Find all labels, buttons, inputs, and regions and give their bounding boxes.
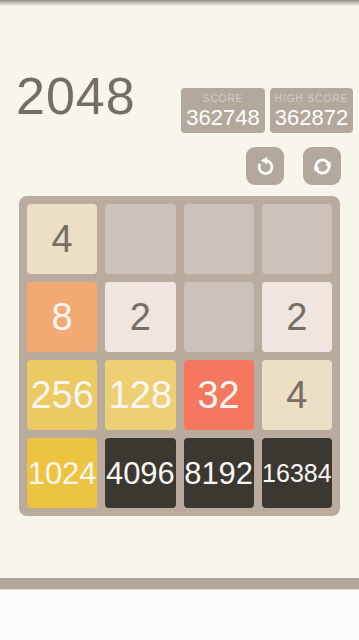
board-grid[interactable]: 482225612832410244096819216384 <box>19 196 340 516</box>
high-score-value: 362872 <box>275 105 348 130</box>
refresh-icon <box>310 154 335 179</box>
high-score-box: HIGH SCORE 362872 <box>270 88 353 133</box>
undo-icon <box>253 154 278 179</box>
score-label: SCORE <box>203 93 244 105</box>
status-bar-strip <box>0 0 359 6</box>
tile-4096: 4096 <box>105 438 175 508</box>
empty-cell <box>184 282 254 352</box>
app-screen: 2048 SCORE 362748 HIGH SCORE 362872 4822… <box>0 0 359 640</box>
restart-button[interactable] <box>303 147 341 185</box>
tile-32: 32 <box>184 360 254 430</box>
high-score-label: HIGH SCORE <box>275 93 348 105</box>
undo-button[interactable] <box>246 147 284 185</box>
tile-2: 2 <box>262 282 332 352</box>
tile-1024: 1024 <box>27 438 97 508</box>
tile-256: 256 <box>27 360 97 430</box>
tile-8192: 8192 <box>184 438 254 508</box>
score-value: 362748 <box>186 105 259 130</box>
tile-16384: 16384 <box>262 438 332 508</box>
tile-8: 8 <box>27 282 97 352</box>
tile-4: 4 <box>27 204 97 274</box>
ad-banner[interactable]: Die Grillsaison ist eröffnet. Die Grills… <box>0 589 359 640</box>
page-title: 2048 <box>16 66 136 126</box>
tile-4: 4 <box>262 360 332 430</box>
ad-top-strip <box>0 578 359 589</box>
tile-128: 128 <box>105 360 175 430</box>
tile-2: 2 <box>105 282 175 352</box>
score-box: SCORE 362748 <box>181 88 265 133</box>
empty-cell <box>105 204 175 274</box>
empty-cell <box>184 204 254 274</box>
empty-cell <box>262 204 332 274</box>
